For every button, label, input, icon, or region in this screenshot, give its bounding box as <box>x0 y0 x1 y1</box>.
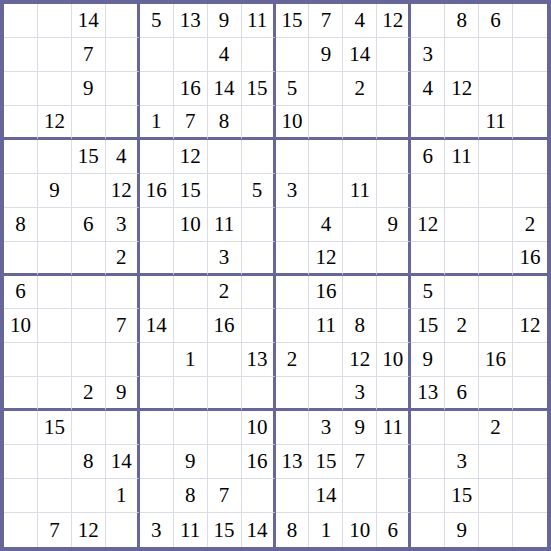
cell-r3c15[interactable] <box>479 72 513 106</box>
given-digit: 12 <box>78 520 99 541</box>
given-digit: 2 <box>490 417 501 438</box>
given-digit: 1 <box>185 349 196 370</box>
cell-r4c1[interactable] <box>4 106 38 140</box>
cell-r7c6: 10 <box>174 208 208 242</box>
cell-r10c15[interactable] <box>479 309 513 343</box>
cell-r2c7: 4 <box>208 38 242 72</box>
cell-r4c3[interactable] <box>72 106 106 140</box>
cell-r3c3: 9 <box>72 72 106 106</box>
cell-r4c9: 10 <box>276 106 310 140</box>
cell-r6c2: 9 <box>38 174 72 208</box>
cell-r2c15[interactable] <box>479 38 513 72</box>
cell-r9c12[interactable] <box>377 276 411 310</box>
cell-r10c3[interactable] <box>72 309 106 343</box>
given-digit: 6 <box>490 10 501 31</box>
given-digit: 2 <box>83 382 94 403</box>
cell-r15c15[interactable] <box>479 479 513 513</box>
given-digit: 1 <box>151 111 162 132</box>
cell-r6c15[interactable] <box>479 174 513 208</box>
cell-r14c4: 14 <box>106 445 140 479</box>
cell-r15c8[interactable] <box>242 479 276 513</box>
cell-r4c11[interactable] <box>343 106 377 140</box>
given-digit: 10 <box>247 417 268 438</box>
given-digit: 14 <box>111 451 132 472</box>
cell-r14c13[interactable] <box>411 445 445 479</box>
cell-r6c11: 11 <box>343 174 377 208</box>
given-digit: 5 <box>422 281 433 302</box>
given-digit: 15 <box>214 520 235 541</box>
cell-r4c4[interactable] <box>106 106 140 140</box>
cell-r5c11[interactable] <box>343 140 377 174</box>
cell-r9c5[interactable] <box>140 276 174 310</box>
cell-r11c8: 13 <box>242 343 276 377</box>
given-digit: 4 <box>321 214 332 235</box>
given-digit: 3 <box>287 180 298 201</box>
cell-r3c5[interactable] <box>140 72 174 106</box>
cell-r13c7[interactable] <box>208 411 242 445</box>
given-digit: 9 <box>355 417 366 438</box>
cell-r1c13[interactable] <box>411 4 445 38</box>
cell-r5c14: 11 <box>445 140 479 174</box>
cell-r5c9[interactable] <box>276 140 310 174</box>
cell-r3c1[interactable] <box>4 72 38 106</box>
cell-r5c1[interactable] <box>4 140 38 174</box>
cell-r16c2: 7 <box>38 513 72 547</box>
cell-r13c8: 10 <box>242 411 276 445</box>
given-digit: 15 <box>417 315 438 336</box>
cell-r12c9[interactable] <box>276 377 310 411</box>
cell-r7c14[interactable] <box>445 208 479 242</box>
cell-r5c10[interactable] <box>309 140 343 174</box>
cell-r6c6: 15 <box>174 174 208 208</box>
cell-r2c14[interactable] <box>445 38 479 72</box>
cell-r7c13: 12 <box>411 208 445 242</box>
given-digit: 6 <box>422 146 433 167</box>
given-digit: 11 <box>214 214 234 235</box>
cell-r8c9[interactable] <box>276 242 310 276</box>
cell-r12c3: 2 <box>72 377 106 411</box>
cell-r7c15[interactable] <box>479 208 513 242</box>
cell-r6c12[interactable] <box>377 174 411 208</box>
cell-r6c9: 3 <box>276 174 310 208</box>
cell-r5c7[interactable] <box>208 140 242 174</box>
cell-r12c12[interactable] <box>377 377 411 411</box>
cell-r13c13[interactable] <box>411 411 445 445</box>
cell-r6c3[interactable] <box>72 174 106 208</box>
cell-r7c2[interactable] <box>38 208 72 242</box>
cell-r12c6[interactable] <box>174 377 208 411</box>
cell-r16c13[interactable] <box>411 513 445 547</box>
cell-r8c8[interactable] <box>242 242 276 276</box>
cell-r13c5[interactable] <box>140 411 174 445</box>
cell-r1c14: 8 <box>445 4 479 38</box>
given-digit: 11 <box>485 111 505 132</box>
cell-r14c8: 16 <box>242 445 276 479</box>
cell-r8c1[interactable] <box>4 242 38 276</box>
given-digit: 3 <box>116 214 127 235</box>
cell-r13c15: 2 <box>479 411 513 445</box>
cell-r13c4[interactable] <box>106 411 140 445</box>
cell-r10c13: 15 <box>411 309 445 343</box>
cell-r1c9: 15 <box>276 4 310 38</box>
cell-r1c1[interactable] <box>4 4 38 38</box>
cell-r11c16[interactable] <box>513 343 547 377</box>
given-digit: 16 <box>214 315 235 336</box>
cell-r9c2[interactable] <box>38 276 72 310</box>
cell-r12c10[interactable] <box>309 377 343 411</box>
cell-r15c16[interactable] <box>513 479 547 513</box>
given-digit: 13 <box>417 382 438 403</box>
given-digit: 12 <box>349 349 370 370</box>
cell-r13c10: 3 <box>309 411 343 445</box>
cell-r12c8[interactable] <box>242 377 276 411</box>
cell-r8c3[interactable] <box>72 242 106 276</box>
cell-r3c14: 12 <box>445 72 479 106</box>
cell-r10c6[interactable] <box>174 309 208 343</box>
cell-r12c11: 3 <box>343 377 377 411</box>
cell-r5c8[interactable] <box>242 140 276 174</box>
cell-r3c10[interactable] <box>309 72 343 106</box>
cell-r8c11[interactable] <box>343 242 377 276</box>
cell-r4c10[interactable] <box>309 106 343 140</box>
given-digit: 7 <box>185 111 196 132</box>
cell-r2c6[interactable] <box>174 38 208 72</box>
cell-r16c9: 8 <box>276 513 310 547</box>
given-digit: 6 <box>388 520 399 541</box>
cell-r14c14: 3 <box>445 445 479 479</box>
cell-r7c12: 9 <box>377 208 411 242</box>
cell-r10c14: 2 <box>445 309 479 343</box>
cell-r3c12[interactable] <box>377 72 411 106</box>
cell-r8c12[interactable] <box>377 242 411 276</box>
cell-r9c9[interactable] <box>276 276 310 310</box>
given-digit: 9 <box>321 44 332 65</box>
cell-r7c7: 11 <box>208 208 242 242</box>
cell-r10c7: 16 <box>208 309 242 343</box>
given-digit: 11 <box>350 180 370 201</box>
given-digit: 11 <box>452 146 472 167</box>
given-digit: 14 <box>146 315 167 336</box>
cell-r9c3[interactable] <box>72 276 106 310</box>
given-digit: 15 <box>315 451 336 472</box>
cell-r11c10[interactable] <box>309 343 343 377</box>
given-digit: 9 <box>422 349 433 370</box>
cell-r12c13: 13 <box>411 377 445 411</box>
cell-r11c5[interactable] <box>140 343 174 377</box>
given-digit: 15 <box>44 417 65 438</box>
given-digit: 3 <box>321 417 332 438</box>
given-digit: 6 <box>456 382 467 403</box>
cell-r16c8: 14 <box>242 513 276 547</box>
cell-r2c9[interactable] <box>276 38 310 72</box>
cell-r1c10: 7 <box>309 4 343 38</box>
cell-r3c2[interactable] <box>38 72 72 106</box>
cell-r12c15[interactable] <box>479 377 513 411</box>
given-digit: 3 <box>422 44 433 65</box>
cell-r1c6: 13 <box>174 4 208 38</box>
given-digit: 11 <box>247 10 267 31</box>
cell-r14c5[interactable] <box>140 445 174 479</box>
cell-r14c12[interactable] <box>377 445 411 479</box>
cell-r1c4[interactable] <box>106 4 140 38</box>
cell-r13c11: 9 <box>343 411 377 445</box>
cell-r5c6: 12 <box>174 140 208 174</box>
cell-r9c15[interactable] <box>479 276 513 310</box>
given-digit: 2 <box>525 214 536 235</box>
cell-r13c16[interactable] <box>513 411 547 445</box>
given-digit: 4 <box>422 78 433 99</box>
cell-r2c5[interactable] <box>140 38 174 72</box>
cell-r16c7: 15 <box>208 513 242 547</box>
cell-r12c16[interactable] <box>513 377 547 411</box>
cell-r1c15: 6 <box>479 4 513 38</box>
cell-r2c2[interactable] <box>38 38 72 72</box>
cell-r15c9[interactable] <box>276 479 310 513</box>
cell-r15c7: 7 <box>208 479 242 513</box>
cell-r15c1[interactable] <box>4 479 38 513</box>
cell-r4c8[interactable] <box>242 106 276 140</box>
cell-r1c11: 4 <box>343 4 377 38</box>
cell-r2c1[interactable] <box>4 38 38 72</box>
cell-r8c6[interactable] <box>174 242 208 276</box>
cell-r15c14: 15 <box>445 479 479 513</box>
cell-r8c10: 12 <box>309 242 343 276</box>
cell-r10c12[interactable] <box>377 309 411 343</box>
cell-r4c13[interactable] <box>411 106 445 140</box>
cell-r15c11[interactable] <box>343 479 377 513</box>
cell-r5c5[interactable] <box>140 140 174 174</box>
given-digit: 10 <box>281 111 302 132</box>
given-digit: 5 <box>252 180 263 201</box>
cell-r8c5[interactable] <box>140 242 174 276</box>
cell-r13c9[interactable] <box>276 411 310 445</box>
given-digit: 3 <box>151 520 162 541</box>
cell-r1c2[interactable] <box>38 4 72 38</box>
cell-r13c6[interactable] <box>174 411 208 445</box>
cell-r16c1[interactable] <box>4 513 38 547</box>
cell-r10c11: 8 <box>343 309 377 343</box>
cell-r3c16[interactable] <box>513 72 547 106</box>
cell-r12c5[interactable] <box>140 377 174 411</box>
cell-r13c1[interactable] <box>4 411 38 445</box>
given-digit: 16 <box>485 349 506 370</box>
cell-r11c14[interactable] <box>445 343 479 377</box>
given-digit: 9 <box>388 214 399 235</box>
given-digit: 2 <box>116 247 127 268</box>
cell-r4c6: 7 <box>174 106 208 140</box>
cell-r9c4[interactable] <box>106 276 140 310</box>
cell-r14c16[interactable] <box>513 445 547 479</box>
cell-r7c4: 3 <box>106 208 140 242</box>
cell-r2c11: 14 <box>343 38 377 72</box>
cell-r3c11: 2 <box>343 72 377 106</box>
cell-r14c2[interactable] <box>38 445 72 479</box>
cell-r11c4[interactable] <box>106 343 140 377</box>
cell-r6c13[interactable] <box>411 174 445 208</box>
cell-r15c5[interactable] <box>140 479 174 513</box>
cell-r6c8: 5 <box>242 174 276 208</box>
cell-r8c2[interactable] <box>38 242 72 276</box>
cell-r9c1: 6 <box>4 276 38 310</box>
cell-r5c2[interactable] <box>38 140 72 174</box>
given-digit: 1 <box>116 485 127 506</box>
given-digit: 7 <box>116 315 127 336</box>
cell-r12c1[interactable] <box>4 377 38 411</box>
cell-r3c13: 4 <box>411 72 445 106</box>
cell-r8c4: 2 <box>106 242 140 276</box>
cell-r9c7: 2 <box>208 276 242 310</box>
cell-r16c11: 10 <box>343 513 377 547</box>
given-digit: 7 <box>321 10 332 31</box>
cell-r2c8[interactable] <box>242 38 276 72</box>
cell-r10c9[interactable] <box>276 309 310 343</box>
cell-r14c1[interactable] <box>4 445 38 479</box>
cell-r9c8[interactable] <box>242 276 276 310</box>
given-digit: 14 <box>214 78 235 99</box>
cell-r10c8[interactable] <box>242 309 276 343</box>
cell-r16c10: 1 <box>309 513 343 547</box>
cell-r11c15: 16 <box>479 343 513 377</box>
given-digit: 12 <box>111 180 132 201</box>
given-digit: 6 <box>83 214 94 235</box>
cell-r13c2: 15 <box>38 411 72 445</box>
cell-r7c10: 4 <box>309 208 343 242</box>
given-digit: 15 <box>180 180 201 201</box>
given-digit: 12 <box>520 315 541 336</box>
cell-r13c3[interactable] <box>72 411 106 445</box>
given-digit: 10 <box>382 349 403 370</box>
given-digit: 14 <box>315 485 336 506</box>
cell-r11c1[interactable] <box>4 343 38 377</box>
cell-r15c13[interactable] <box>411 479 445 513</box>
given-digit: 8 <box>219 111 230 132</box>
cell-r2c4[interactable] <box>106 38 140 72</box>
cell-r16c15[interactable] <box>479 513 513 547</box>
cell-r16c16[interactable] <box>513 513 547 547</box>
cell-r6c7[interactable] <box>208 174 242 208</box>
cell-r12c7[interactable] <box>208 377 242 411</box>
given-digit: 9 <box>219 10 230 31</box>
cell-r12c4: 9 <box>106 377 140 411</box>
cell-r11c3[interactable] <box>72 343 106 377</box>
cell-r6c10[interactable] <box>309 174 343 208</box>
cell-r2c16[interactable] <box>513 38 547 72</box>
cell-r12c2[interactable] <box>38 377 72 411</box>
cell-r6c16[interactable] <box>513 174 547 208</box>
cell-r7c5[interactable] <box>140 208 174 242</box>
given-digit: 15 <box>281 10 302 31</box>
cell-r9c16[interactable] <box>513 276 547 310</box>
given-digit: 14 <box>247 520 268 541</box>
given-digit: 16 <box>180 78 201 99</box>
given-digit: 1 <box>321 520 332 541</box>
cell-r3c7: 14 <box>208 72 242 106</box>
given-digit: 16 <box>146 180 167 201</box>
given-digit: 12 <box>180 146 201 167</box>
given-digit: 9 <box>185 451 196 472</box>
cell-r7c8[interactable] <box>242 208 276 242</box>
cell-r14c15[interactable] <box>479 445 513 479</box>
cell-r16c5: 3 <box>140 513 174 547</box>
cell-r11c7[interactable] <box>208 343 242 377</box>
given-digit: 4 <box>219 44 230 65</box>
given-digit: 9 <box>116 382 127 403</box>
given-digit: 2 <box>287 349 298 370</box>
given-digit: 12 <box>451 78 472 99</box>
cell-r11c9: 2 <box>276 343 310 377</box>
cell-r4c14[interactable] <box>445 106 479 140</box>
cell-r11c6: 1 <box>174 343 208 377</box>
cell-r2c12[interactable] <box>377 38 411 72</box>
cell-r8c13[interactable] <box>411 242 445 276</box>
cell-r15c12[interactable] <box>377 479 411 513</box>
cell-r4c12[interactable] <box>377 106 411 140</box>
cell-r6c14[interactable] <box>445 174 479 208</box>
cell-r14c11: 7 <box>343 445 377 479</box>
sudoku-board: 1451391115741286749143916141552412121781… <box>0 0 551 551</box>
cell-r3c9: 5 <box>276 72 310 106</box>
cell-r8c15[interactable] <box>479 242 513 276</box>
given-digit: 12 <box>417 214 438 235</box>
cell-r9c10: 16 <box>309 276 343 310</box>
given-digit: 15 <box>451 485 472 506</box>
given-digit: 3 <box>219 247 230 268</box>
cell-r15c3[interactable] <box>72 479 106 513</box>
cell-r7c1: 8 <box>4 208 38 242</box>
cell-r13c14[interactable] <box>445 411 479 445</box>
cell-r16c4[interactable] <box>106 513 140 547</box>
cell-r5c15[interactable] <box>479 140 513 174</box>
given-digit: 9 <box>49 180 60 201</box>
cell-r16c14: 9 <box>445 513 479 547</box>
given-digit: 10 <box>10 315 31 336</box>
cell-r9c6[interactable] <box>174 276 208 310</box>
cell-r14c7[interactable] <box>208 445 242 479</box>
given-digit: 9 <box>456 520 467 541</box>
cell-r15c2[interactable] <box>38 479 72 513</box>
cell-r7c16: 2 <box>513 208 547 242</box>
cell-r8c14[interactable] <box>445 242 479 276</box>
cell-r4c15: 11 <box>479 106 513 140</box>
given-digit: 15 <box>247 78 268 99</box>
cell-r3c6: 16 <box>174 72 208 106</box>
cell-r7c9[interactable] <box>276 208 310 242</box>
cell-r10c10: 11 <box>309 309 343 343</box>
cell-r7c11[interactable] <box>343 208 377 242</box>
cell-r5c12[interactable] <box>377 140 411 174</box>
given-digit: 8 <box>83 451 94 472</box>
cell-r4c16[interactable] <box>513 106 547 140</box>
cell-r10c2[interactable] <box>38 309 72 343</box>
cell-r3c4[interactable] <box>106 72 140 106</box>
cell-r5c16[interactable] <box>513 140 547 174</box>
cell-r1c3: 14 <box>72 4 106 38</box>
cell-r9c14[interactable] <box>445 276 479 310</box>
given-digit: 13 <box>247 349 268 370</box>
given-digit: 11 <box>180 520 200 541</box>
cell-r13c12: 11 <box>377 411 411 445</box>
given-digit: 7 <box>49 520 60 541</box>
cell-r2c13: 3 <box>411 38 445 72</box>
given-digit: 2 <box>219 281 230 302</box>
cell-r6c1[interactable] <box>4 174 38 208</box>
cell-r10c16: 12 <box>513 309 547 343</box>
given-digit: 10 <box>180 214 201 235</box>
cell-r14c10: 15 <box>309 445 343 479</box>
cell-r11c2[interactable] <box>38 343 72 377</box>
cell-r9c11[interactable] <box>343 276 377 310</box>
cell-r1c16[interactable] <box>513 4 547 38</box>
